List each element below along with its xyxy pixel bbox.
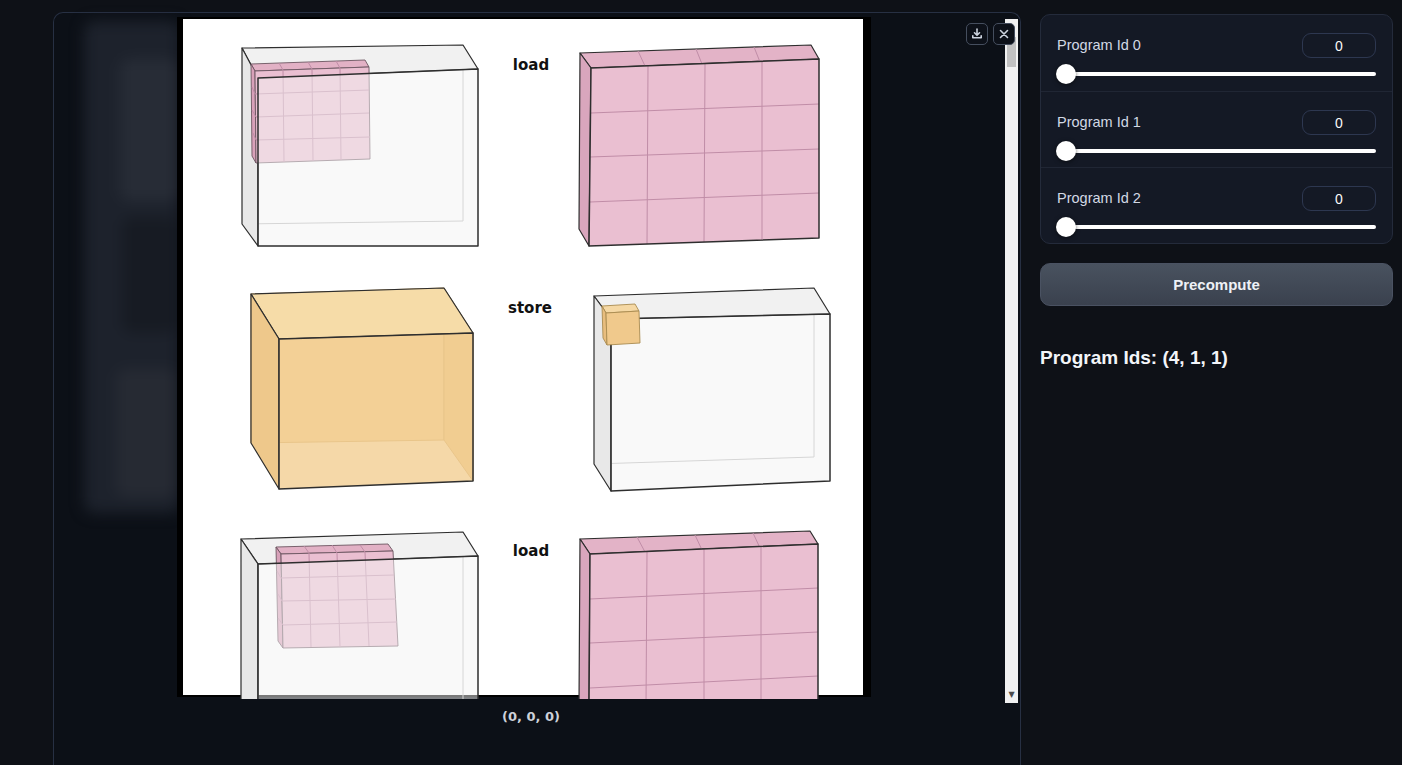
tensor-load-source-2 [239, 527, 481, 699]
slider-row-program-id-1: Program Id 1 0 [1041, 91, 1392, 167]
tensor-load-result-0 [575, 39, 827, 251]
op-label-store-1: store [482, 299, 578, 317]
slider-value-input[interactable]: 0 [1302, 186, 1376, 211]
visualization-dialog: load store load (0, 0, 0) ▼ [53, 12, 1021, 765]
frame-coordinates-label: (0, 0, 0) [177, 709, 885, 724]
close-icon [996, 26, 1012, 42]
blurred-content-block [120, 59, 180, 201]
op-label-load-2: load [483, 542, 579, 560]
precompute-button[interactable]: Precompute [1040, 263, 1393, 306]
slider-value-input[interactable]: 0 [1302, 110, 1376, 135]
slider-thumb[interactable] [1056, 64, 1076, 84]
controls-panel: Program Id 0 0 Program Id 1 0 Program Id… [1040, 14, 1393, 369]
slider-track[interactable] [1057, 72, 1376, 76]
slider-value-input[interactable]: 0 [1302, 33, 1376, 58]
slider-row-program-id-0: Program Id 0 0 [1041, 15, 1392, 91]
slider-row-program-id-2: Program Id 2 0 [1041, 167, 1392, 243]
scrollbar-down-arrow[interactable]: ▼ [1005, 690, 1018, 700]
program-id-slider-card: Program Id 0 0 Program Id 1 0 Program Id… [1040, 14, 1393, 244]
background-blur [84, 21, 180, 513]
figure-scrollbar[interactable]: ▼ [1005, 19, 1018, 703]
blurred-content-block [122, 217, 176, 333]
blurred-content-block [116, 369, 178, 497]
highlight-block-orange [602, 304, 640, 345]
op-label-load-0: load [483, 56, 579, 74]
slider-thumb[interactable] [1056, 141, 1076, 161]
tensor-store-result-1 [588, 279, 836, 493]
close-button[interactable] [993, 23, 1015, 45]
figure-panel: load store load [177, 17, 871, 697]
tensor-load-result-2 [575, 527, 827, 699]
download-icon [969, 26, 985, 42]
slider-thumb[interactable] [1056, 217, 1076, 237]
program-ids-label: Program Ids: (4, 1, 1) [1040, 347, 1393, 369]
tensor-load-source-0 [239, 27, 481, 249]
download-button[interactable] [966, 23, 988, 45]
tensor-store-source-1 [243, 277, 479, 493]
slider-track[interactable] [1057, 225, 1376, 229]
slider-track[interactable] [1057, 149, 1376, 153]
